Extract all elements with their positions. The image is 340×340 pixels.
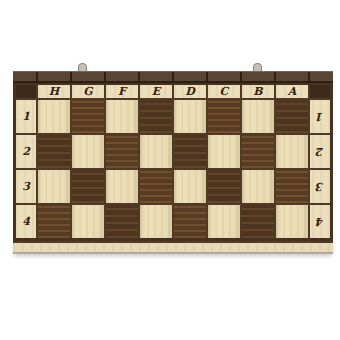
square-f1[interactable] bbox=[106, 100, 138, 133]
square-e1[interactable] bbox=[140, 100, 172, 133]
file-label-e: E bbox=[140, 85, 172, 98]
chessboard: HGFEDCBA11223344 bbox=[13, 63, 333, 254]
square-e4[interactable] bbox=[140, 205, 172, 238]
file-label-f: F bbox=[106, 85, 138, 98]
square-h1[interactable] bbox=[38, 100, 70, 133]
square-h4[interactable] bbox=[38, 205, 70, 238]
square-f2[interactable] bbox=[106, 135, 138, 168]
square-a2[interactable] bbox=[276, 135, 308, 168]
square-g1[interactable] bbox=[72, 100, 104, 133]
rank-label-1-right: 1 bbox=[310, 100, 330, 133]
square-g4[interactable] bbox=[72, 205, 104, 238]
board-back-rail bbox=[13, 71, 333, 83]
square-e3[interactable] bbox=[140, 170, 172, 203]
rank-label-1-left: 1 bbox=[16, 100, 36, 133]
square-g3[interactable] bbox=[72, 170, 104, 203]
square-e2[interactable] bbox=[140, 135, 172, 168]
square-h3[interactable] bbox=[38, 170, 70, 203]
square-c4[interactable] bbox=[208, 205, 240, 238]
square-h2[interactable] bbox=[38, 135, 70, 168]
corner-cell bbox=[310, 85, 330, 98]
rank-label-4-right: 4 bbox=[310, 205, 330, 238]
rank-label-4-left: 4 bbox=[16, 205, 36, 238]
square-d2[interactable] bbox=[174, 135, 206, 168]
file-label-d: D bbox=[174, 85, 206, 98]
board-grid: HGFEDCBA11223344 bbox=[13, 83, 333, 241]
square-f4[interactable] bbox=[106, 205, 138, 238]
rank-label-3-right: 3 bbox=[310, 170, 330, 203]
square-b2[interactable] bbox=[242, 135, 274, 168]
file-label-a: A bbox=[276, 85, 308, 98]
corner-cell bbox=[16, 85, 36, 98]
square-a3[interactable] bbox=[276, 170, 308, 203]
square-b3[interactable] bbox=[242, 170, 274, 203]
square-b1[interactable] bbox=[242, 100, 274, 133]
file-label-c: C bbox=[208, 85, 240, 98]
square-c3[interactable] bbox=[208, 170, 240, 203]
square-d4[interactable] bbox=[174, 205, 206, 238]
square-c2[interactable] bbox=[208, 135, 240, 168]
rank-label-2-right: 2 bbox=[310, 135, 330, 168]
square-f3[interactable] bbox=[106, 170, 138, 203]
square-a4[interactable] bbox=[276, 205, 308, 238]
board-bottom-edge bbox=[13, 241, 333, 254]
square-d1[interactable] bbox=[174, 100, 206, 133]
rank-label-3-left: 3 bbox=[16, 170, 36, 203]
square-b4[interactable] bbox=[242, 205, 274, 238]
square-a1[interactable] bbox=[276, 100, 308, 133]
square-d3[interactable] bbox=[174, 170, 206, 203]
file-label-h: H bbox=[38, 85, 70, 98]
photo-canvas: HGFEDCBA11223344 bbox=[0, 0, 340, 340]
square-g2[interactable] bbox=[72, 135, 104, 168]
square-c1[interactable] bbox=[208, 100, 240, 133]
rank-label-2-left: 2 bbox=[16, 135, 36, 168]
file-label-b: B bbox=[242, 85, 274, 98]
file-label-g: G bbox=[72, 85, 104, 98]
